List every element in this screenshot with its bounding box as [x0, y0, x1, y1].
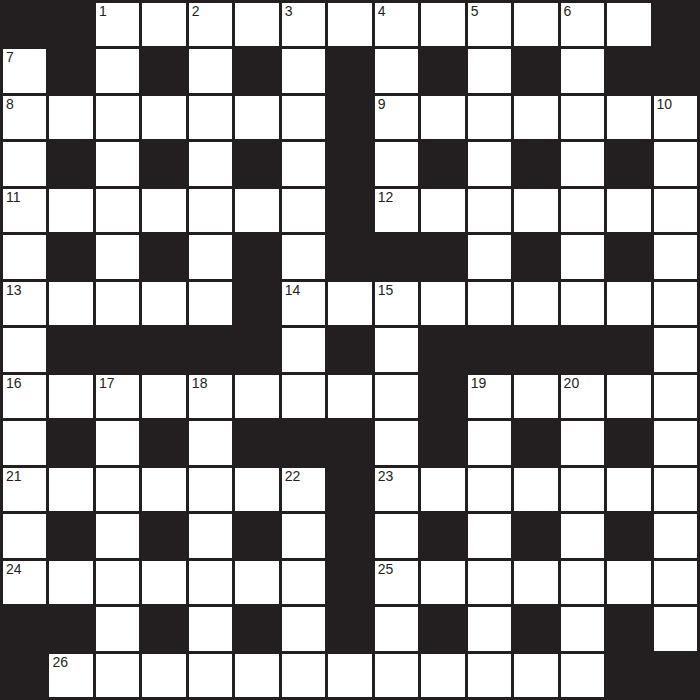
clue-number: 16: [6, 376, 22, 391]
black-cell: [421, 607, 464, 650]
white-cell[interactable]: [561, 561, 604, 604]
clue-number: 18: [192, 376, 208, 391]
white-cell[interactable]: 8: [3, 96, 46, 139]
white-cell[interactable]: [282, 561, 325, 604]
clue-number: 19: [471, 376, 487, 391]
white-cell[interactable]: [654, 421, 697, 464]
white-cell[interactable]: [3, 421, 46, 464]
white-cell[interactable]: 15: [375, 282, 418, 325]
white-cell[interactable]: [282, 654, 325, 697]
white-cell[interactable]: [468, 654, 511, 697]
white-cell[interactable]: [96, 235, 139, 278]
white-cell[interactable]: [421, 282, 464, 325]
white-cell[interactable]: [654, 468, 697, 511]
white-cell[interactable]: [282, 328, 325, 371]
black-cell: [235, 328, 278, 371]
clue-number: 4: [378, 4, 386, 19]
white-cell[interactable]: [235, 189, 278, 232]
white-cell[interactable]: [514, 468, 557, 511]
white-cell[interactable]: [421, 468, 464, 511]
white-cell[interactable]: 22: [282, 468, 325, 511]
white-cell[interactable]: 7: [3, 49, 46, 92]
white-cell[interactable]: [96, 189, 139, 232]
white-cell[interactable]: [654, 561, 697, 604]
white-cell[interactable]: [561, 421, 604, 464]
white-cell[interactable]: [282, 375, 325, 418]
white-cell[interactable]: [189, 142, 232, 185]
black-cell: [49, 3, 92, 46]
black-cell: [607, 514, 650, 557]
black-cell: [328, 235, 371, 278]
white-cell[interactable]: [189, 49, 232, 92]
black-cell: [375, 235, 418, 278]
clue-number: 15: [378, 283, 394, 298]
black-cell: [49, 421, 92, 464]
white-cell[interactable]: [49, 468, 92, 511]
white-cell[interactable]: [654, 189, 697, 232]
white-cell[interactable]: [189, 561, 232, 604]
white-cell[interactable]: 24: [3, 561, 46, 604]
white-cell[interactable]: [142, 96, 185, 139]
white-cell[interactable]: [561, 49, 604, 92]
white-cell[interactable]: [607, 3, 650, 46]
black-cell: [654, 3, 697, 46]
white-cell[interactable]: [375, 375, 418, 418]
white-cell[interactable]: [561, 654, 604, 697]
white-cell[interactable]: [375, 514, 418, 557]
black-cell: [328, 328, 371, 371]
black-cell: [514, 514, 557, 557]
white-cell[interactable]: [654, 607, 697, 650]
white-cell[interactable]: [654, 282, 697, 325]
white-cell[interactable]: 14: [282, 282, 325, 325]
white-cell[interactable]: [421, 96, 464, 139]
white-cell[interactable]: [96, 421, 139, 464]
white-cell[interactable]: [189, 514, 232, 557]
white-cell[interactable]: [96, 514, 139, 557]
white-cell[interactable]: [654, 514, 697, 557]
white-cell[interactable]: [282, 607, 325, 650]
white-cell[interactable]: [375, 607, 418, 650]
white-cell[interactable]: [49, 561, 92, 604]
clue-number: 13: [6, 283, 22, 298]
white-cell[interactable]: [328, 654, 371, 697]
white-cell[interactable]: [3, 142, 46, 185]
white-cell[interactable]: [96, 49, 139, 92]
black-cell: [421, 375, 464, 418]
white-cell[interactable]: [189, 282, 232, 325]
white-cell[interactable]: [468, 282, 511, 325]
white-cell[interactable]: [375, 142, 418, 185]
white-cell[interactable]: [561, 514, 604, 557]
black-cell: [142, 421, 185, 464]
white-cell[interactable]: [282, 514, 325, 557]
clue-number: 14: [285, 283, 301, 298]
black-cell: [142, 607, 185, 650]
black-cell: [421, 235, 464, 278]
clue-number: 8: [6, 97, 14, 112]
white-cell[interactable]: [514, 561, 557, 604]
white-cell[interactable]: [468, 561, 511, 604]
black-cell: [328, 189, 371, 232]
white-cell[interactable]: [96, 282, 139, 325]
black-cell: [142, 142, 185, 185]
black-cell: [421, 142, 464, 185]
clue-number: 2: [192, 4, 200, 19]
white-cell[interactable]: [514, 96, 557, 139]
crossword-puzzle: 1234567891011121314151617181920212223242…: [0, 0, 700, 700]
black-cell: [235, 514, 278, 557]
clue-number: 22: [285, 469, 301, 484]
white-cell[interactable]: [514, 282, 557, 325]
white-cell[interactable]: [189, 607, 232, 650]
white-cell[interactable]: 5: [468, 3, 511, 46]
crossword-grid: 1234567891011121314151617181920212223242…: [0, 0, 700, 700]
clue-number: 26: [52, 655, 68, 670]
white-cell[interactable]: [282, 96, 325, 139]
black-cell: [328, 468, 371, 511]
white-cell[interactable]: [654, 328, 697, 371]
black-cell: [282, 421, 325, 464]
clue-number: 7: [6, 50, 14, 65]
black-cell: [607, 607, 650, 650]
black-cell: [654, 654, 697, 697]
white-cell[interactable]: [514, 375, 557, 418]
white-cell[interactable]: [142, 468, 185, 511]
white-cell[interactable]: 21: [3, 468, 46, 511]
clue-number: 23: [378, 469, 394, 484]
white-cell[interactable]: [607, 189, 650, 232]
black-cell: [328, 49, 371, 92]
white-cell[interactable]: 4: [375, 3, 418, 46]
white-cell[interactable]: [328, 375, 371, 418]
black-cell: [3, 3, 46, 46]
black-cell: [142, 49, 185, 92]
white-cell[interactable]: [421, 3, 464, 46]
white-cell[interactable]: [142, 654, 185, 697]
white-cell[interactable]: 6: [561, 3, 604, 46]
black-cell: [514, 607, 557, 650]
white-cell[interactable]: [142, 561, 185, 604]
white-cell[interactable]: [468, 468, 511, 511]
white-cell[interactable]: [375, 421, 418, 464]
white-cell[interactable]: [514, 3, 557, 46]
clue-number: 3: [285, 4, 293, 19]
black-cell: [421, 421, 464, 464]
black-cell: [421, 514, 464, 557]
black-cell: [607, 654, 650, 697]
black-cell: [328, 142, 371, 185]
black-cell: [328, 607, 371, 650]
clue-number: 9: [378, 97, 386, 112]
white-cell[interactable]: [235, 468, 278, 511]
white-cell[interactable]: [3, 328, 46, 371]
white-cell[interactable]: [189, 96, 232, 139]
white-cell[interactable]: 9: [375, 96, 418, 139]
white-cell[interactable]: [375, 328, 418, 371]
white-cell[interactable]: [142, 282, 185, 325]
white-cell[interactable]: [468, 49, 511, 92]
white-cell[interactable]: [189, 235, 232, 278]
black-cell: [514, 142, 557, 185]
white-cell[interactable]: [142, 3, 185, 46]
white-cell[interactable]: [514, 654, 557, 697]
white-cell[interactable]: 25: [375, 561, 418, 604]
black-cell: [328, 514, 371, 557]
clue-number: 11: [6, 190, 21, 205]
white-cell[interactable]: 1: [96, 3, 139, 46]
clue-number: 6: [564, 4, 572, 19]
clue-number: 12: [378, 190, 394, 205]
white-cell[interactable]: [328, 282, 371, 325]
white-cell[interactable]: [49, 96, 92, 139]
black-cell: [514, 421, 557, 464]
white-cell[interactable]: [3, 235, 46, 278]
black-cell: [654, 49, 697, 92]
white-cell[interactable]: [607, 468, 650, 511]
white-cell[interactable]: [561, 142, 604, 185]
white-cell[interactable]: [282, 142, 325, 185]
white-cell[interactable]: [96, 561, 139, 604]
white-cell[interactable]: [468, 96, 511, 139]
white-cell[interactable]: [561, 607, 604, 650]
white-cell[interactable]: 12: [375, 189, 418, 232]
black-cell: [514, 328, 557, 371]
white-cell[interactable]: 19: [468, 375, 511, 418]
black-cell: [328, 421, 371, 464]
white-cell[interactable]: [142, 375, 185, 418]
white-cell[interactable]: [189, 468, 232, 511]
clue-number: 20: [564, 376, 580, 391]
white-cell[interactable]: [96, 607, 139, 650]
black-cell: [607, 235, 650, 278]
black-cell: [142, 328, 185, 371]
black-cell: [3, 654, 46, 697]
white-cell[interactable]: [468, 607, 511, 650]
white-cell[interactable]: [235, 375, 278, 418]
white-cell[interactable]: [514, 189, 557, 232]
white-cell[interactable]: [142, 189, 185, 232]
black-cell: [607, 49, 650, 92]
white-cell[interactable]: [421, 561, 464, 604]
white-cell[interactable]: [189, 421, 232, 464]
white-cell[interactable]: [235, 3, 278, 46]
black-cell: [607, 142, 650, 185]
white-cell[interactable]: [235, 96, 278, 139]
white-cell[interactable]: [282, 49, 325, 92]
white-cell[interactable]: 13: [3, 282, 46, 325]
black-cell: [607, 328, 650, 371]
black-cell: [3, 607, 46, 650]
black-cell: [142, 235, 185, 278]
white-cell[interactable]: 2: [189, 3, 232, 46]
black-cell: [235, 607, 278, 650]
white-cell[interactable]: [421, 654, 464, 697]
black-cell: [49, 49, 92, 92]
white-cell[interactable]: [189, 654, 232, 697]
white-cell[interactable]: [561, 189, 604, 232]
black-cell: [514, 49, 557, 92]
clue-number: 24: [6, 562, 22, 577]
clue-number: 1: [99, 4, 107, 19]
black-cell: [235, 282, 278, 325]
white-cell[interactable]: [49, 189, 92, 232]
white-cell[interactable]: [468, 235, 511, 278]
white-cell[interactable]: [49, 282, 92, 325]
black-cell: [49, 142, 92, 185]
black-cell: [421, 49, 464, 92]
white-cell[interactable]: [49, 375, 92, 418]
black-cell: [235, 142, 278, 185]
white-cell[interactable]: [607, 96, 650, 139]
black-cell: [235, 49, 278, 92]
white-cell[interactable]: [421, 189, 464, 232]
black-cell: [328, 561, 371, 604]
black-cell: [514, 235, 557, 278]
black-cell: [49, 514, 92, 557]
white-cell[interactable]: [328, 3, 371, 46]
white-cell[interactable]: 26: [49, 654, 92, 697]
white-cell[interactable]: 10: [654, 96, 697, 139]
clue-number: 25: [378, 562, 394, 577]
white-cell[interactable]: [282, 189, 325, 232]
white-cell[interactable]: [561, 235, 604, 278]
white-cell[interactable]: [96, 96, 139, 139]
black-cell: [142, 514, 185, 557]
white-cell[interactable]: 23: [375, 468, 418, 511]
white-cell[interactable]: [3, 514, 46, 557]
white-cell[interactable]: [235, 561, 278, 604]
white-cell[interactable]: 3: [282, 3, 325, 46]
white-cell[interactable]: [561, 96, 604, 139]
white-cell[interactable]: [468, 514, 511, 557]
clue-number: 5: [471, 4, 479, 19]
white-cell[interactable]: 18: [189, 375, 232, 418]
white-cell[interactable]: [561, 468, 604, 511]
black-cell: [49, 607, 92, 650]
clue-number: 10: [657, 97, 673, 112]
white-cell[interactable]: [654, 142, 697, 185]
white-cell[interactable]: 17: [96, 375, 139, 418]
white-cell[interactable]: [607, 282, 650, 325]
white-cell[interactable]: [96, 142, 139, 185]
clue-number: 17: [99, 376, 115, 391]
white-cell[interactable]: [375, 49, 418, 92]
black-cell: [607, 421, 650, 464]
white-cell[interactable]: [607, 375, 650, 418]
white-cell[interactable]: [468, 189, 511, 232]
black-cell: [468, 328, 511, 371]
black-cell: [561, 328, 604, 371]
white-cell[interactable]: [282, 235, 325, 278]
white-cell[interactable]: [189, 189, 232, 232]
white-cell[interactable]: [654, 375, 697, 418]
black-cell: [49, 328, 92, 371]
white-cell[interactable]: [96, 654, 139, 697]
black-cell: [328, 96, 371, 139]
white-cell[interactable]: 20: [561, 375, 604, 418]
white-cell[interactable]: [235, 654, 278, 697]
black-cell: [189, 328, 232, 371]
white-cell[interactable]: 16: [3, 375, 46, 418]
white-cell[interactable]: [607, 561, 650, 604]
clue-number: 21: [6, 469, 22, 484]
black-cell: [49, 235, 92, 278]
white-cell[interactable]: 11: [3, 189, 46, 232]
white-cell[interactable]: [468, 421, 511, 464]
white-cell[interactable]: [561, 282, 604, 325]
black-cell: [96, 328, 139, 371]
white-cell[interactable]: [654, 235, 697, 278]
white-cell[interactable]: [375, 654, 418, 697]
white-cell[interactable]: [468, 142, 511, 185]
white-cell[interactable]: [96, 468, 139, 511]
black-cell: [235, 235, 278, 278]
black-cell: [421, 328, 464, 371]
black-cell: [235, 421, 278, 464]
